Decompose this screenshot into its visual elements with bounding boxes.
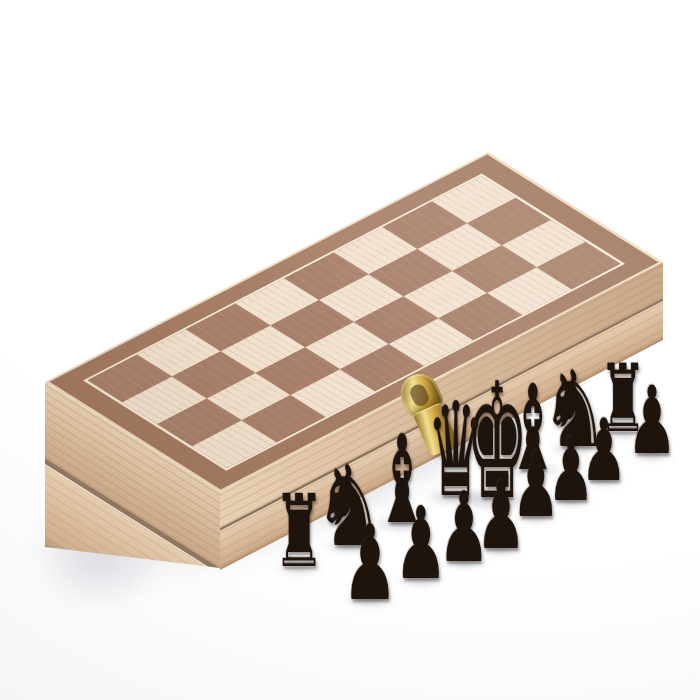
pawn-glyph: ♟	[627, 374, 678, 468]
pawn-glyph: ♟	[342, 511, 398, 615]
pawn-glyph: ♟	[394, 494, 448, 594]
rook-glyph: ♜	[273, 482, 325, 582]
product-photo-chess-box-scene: ♜♞♟♝♟♛♚♟♟♝♞♟♟♜♟♟	[0, 0, 700, 700]
